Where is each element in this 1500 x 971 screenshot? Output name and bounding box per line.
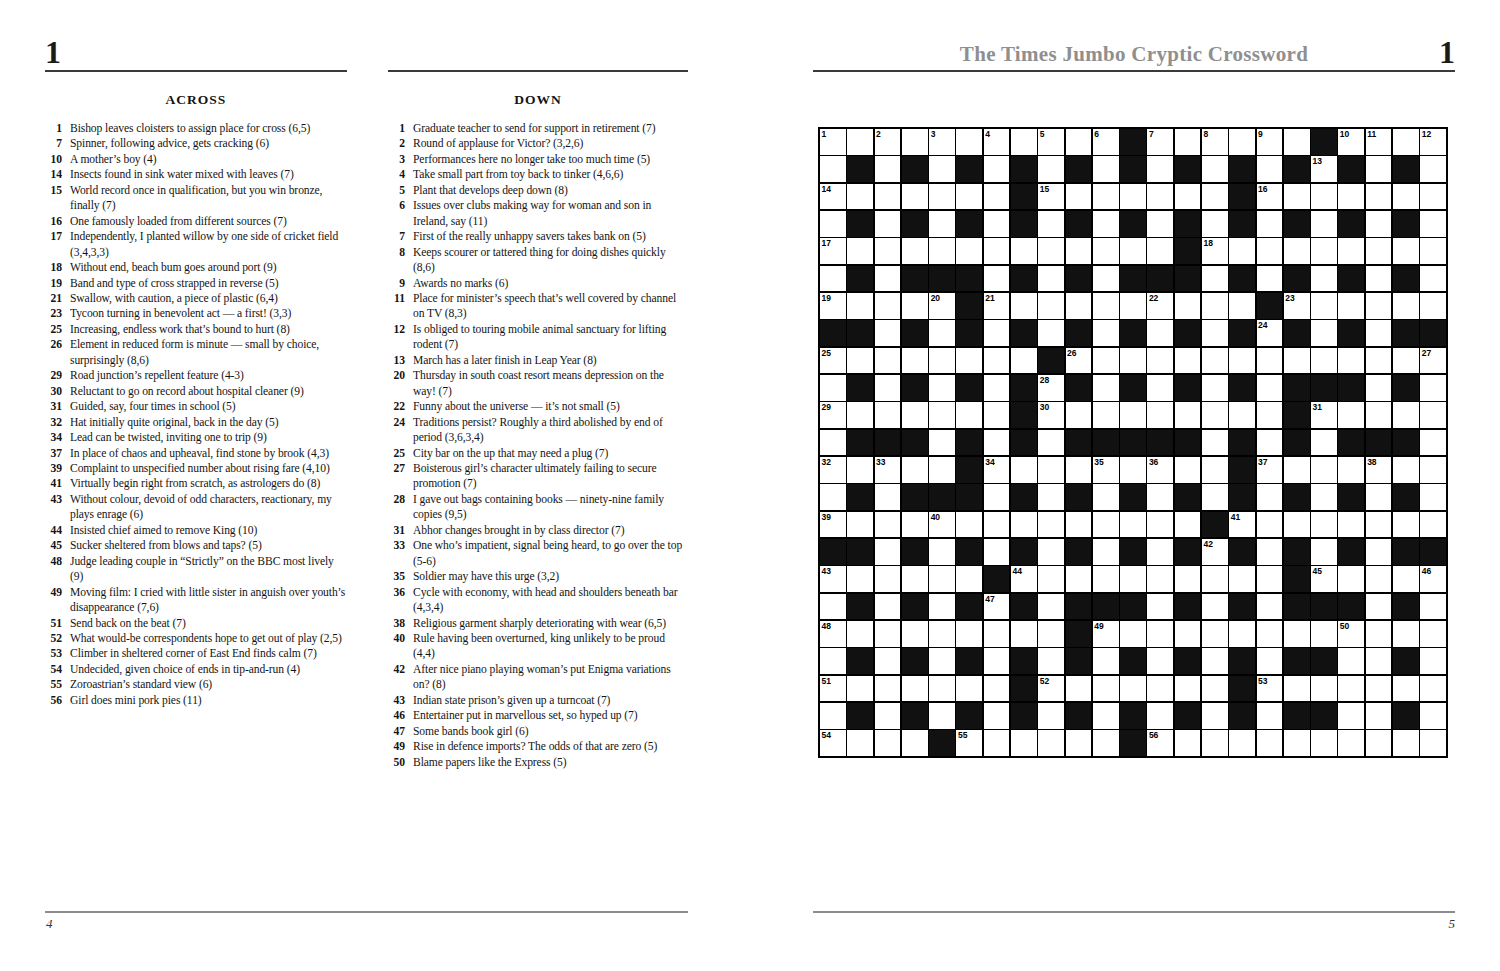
grid-cell[interactable]: [1393, 238, 1419, 264]
grid-cell[interactable]: [1147, 512, 1173, 538]
grid-cell[interactable]: [1257, 594, 1283, 620]
grid-cell[interactable]: 3: [929, 129, 955, 155]
grid-cell[interactable]: [1093, 211, 1119, 237]
grid-cell[interactable]: [1202, 348, 1228, 374]
grid-cell[interactable]: [847, 512, 873, 538]
grid-cell[interactable]: [1366, 293, 1392, 319]
grid-cell[interactable]: [1257, 512, 1283, 538]
grid-cell[interactable]: [847, 402, 873, 428]
grid-cell[interactable]: [1420, 156, 1446, 182]
grid-cell[interactable]: [929, 703, 955, 729]
grid-cell[interactable]: [1311, 320, 1337, 346]
grid-cell[interactable]: [1420, 184, 1446, 210]
grid-cell[interactable]: [1202, 457, 1228, 483]
grid-cell[interactable]: [1038, 238, 1064, 264]
grid-cell[interactable]: 41: [1229, 512, 1255, 538]
grid-cell[interactable]: [1366, 484, 1392, 510]
grid-cell[interactable]: [984, 184, 1010, 210]
grid-cell[interactable]: [1147, 211, 1173, 237]
grid-cell[interactable]: [1420, 266, 1446, 292]
grid-cell[interactable]: 39: [820, 512, 846, 538]
grid-cell[interactable]: [1420, 238, 1446, 264]
grid-cell[interactable]: [956, 402, 982, 428]
grid-cell[interactable]: [1093, 730, 1119, 756]
grid-cell[interactable]: [1120, 457, 1146, 483]
grid-cell[interactable]: [1093, 320, 1119, 346]
grid-cell[interactable]: [820, 156, 846, 182]
grid-cell[interactable]: [1257, 156, 1283, 182]
grid-cell[interactable]: [1066, 457, 1092, 483]
grid-cell[interactable]: [1420, 703, 1446, 729]
grid-cell[interactable]: [875, 703, 901, 729]
grid-cell[interactable]: [956, 512, 982, 538]
grid-cell[interactable]: [1202, 594, 1228, 620]
grid-cell[interactable]: [820, 430, 846, 456]
grid-cell[interactable]: 13: [1311, 156, 1337, 182]
grid-cell[interactable]: [1284, 238, 1310, 264]
grid-cell[interactable]: [1147, 703, 1173, 729]
grid-cell[interactable]: [1066, 293, 1092, 319]
grid-cell[interactable]: [1393, 676, 1419, 702]
grid-cell[interactable]: [1257, 730, 1283, 756]
grid-cell[interactable]: 19: [820, 293, 846, 319]
grid-cell[interactable]: [1366, 184, 1392, 210]
grid-cell[interactable]: [1420, 484, 1446, 510]
grid-cell[interactable]: [1420, 211, 1446, 237]
grid-cell[interactable]: [1147, 156, 1173, 182]
grid-cell[interactable]: [875, 730, 901, 756]
grid-cell[interactable]: [875, 320, 901, 346]
grid-cell[interactable]: [1393, 621, 1419, 647]
grid-cell[interactable]: [1175, 184, 1201, 210]
grid-cell[interactable]: [875, 512, 901, 538]
grid-cell[interactable]: [1311, 211, 1337, 237]
grid-cell[interactable]: [1393, 457, 1419, 483]
grid-cell[interactable]: [1175, 621, 1201, 647]
grid-cell[interactable]: 53: [1257, 676, 1283, 702]
grid-cell[interactable]: [875, 484, 901, 510]
grid-cell[interactable]: [1366, 266, 1392, 292]
grid-cell[interactable]: [929, 648, 955, 674]
grid-cell[interactable]: [1257, 211, 1283, 237]
grid-cell[interactable]: [1147, 320, 1173, 346]
grid-cell[interactable]: [1093, 539, 1119, 565]
grid-cell[interactable]: [984, 621, 1010, 647]
grid-cell[interactable]: 43: [820, 566, 846, 592]
grid-cell[interactable]: 18: [1202, 238, 1228, 264]
grid-cell[interactable]: [1093, 648, 1119, 674]
grid-cell[interactable]: [1011, 730, 1037, 756]
grid-cell[interactable]: [1284, 348, 1310, 374]
grid-cell[interactable]: [1366, 566, 1392, 592]
grid-cell[interactable]: [875, 676, 901, 702]
grid-cell[interactable]: [1120, 512, 1146, 538]
grid-cell[interactable]: [929, 184, 955, 210]
grid-cell[interactable]: [1202, 703, 1228, 729]
grid-cell[interactable]: [1284, 129, 1310, 155]
grid-cell[interactable]: [1202, 430, 1228, 456]
grid-cell[interactable]: [847, 184, 873, 210]
grid-cell[interactable]: [1147, 238, 1173, 264]
grid-cell[interactable]: [1284, 512, 1310, 538]
grid-cell[interactable]: [984, 348, 1010, 374]
grid-cell[interactable]: [1093, 293, 1119, 319]
grid-cell[interactable]: [1420, 402, 1446, 428]
grid-cell[interactable]: [1366, 676, 1392, 702]
grid-cell[interactable]: [1366, 512, 1392, 538]
grid-cell[interactable]: [1202, 402, 1228, 428]
grid-cell[interactable]: [1120, 184, 1146, 210]
grid-cell[interactable]: [1393, 402, 1419, 428]
grid-cell[interactable]: [1366, 621, 1392, 647]
grid-cell[interactable]: 54: [820, 730, 846, 756]
grid-cell[interactable]: [1202, 648, 1228, 674]
grid-cell[interactable]: [875, 266, 901, 292]
grid-cell[interactable]: [1147, 621, 1173, 647]
grid-cell[interactable]: [1038, 648, 1064, 674]
grid-cell[interactable]: 51: [820, 676, 846, 702]
grid-cell[interactable]: [1175, 730, 1201, 756]
grid-cell[interactable]: [1038, 484, 1064, 510]
grid-cell[interactable]: [1202, 211, 1228, 237]
grid-cell[interactable]: [820, 375, 846, 401]
grid-cell[interactable]: [1066, 676, 1092, 702]
grid-cell[interactable]: [1120, 293, 1146, 319]
grid-cell[interactable]: [1366, 402, 1392, 428]
grid-cell[interactable]: 7: [1147, 129, 1173, 155]
grid-cell[interactable]: [1366, 539, 1392, 565]
grid-cell[interactable]: [1202, 375, 1228, 401]
grid-cell[interactable]: [875, 539, 901, 565]
grid-cell[interactable]: [1038, 703, 1064, 729]
grid-cell[interactable]: [1311, 621, 1337, 647]
grid-cell[interactable]: [929, 238, 955, 264]
grid-cell[interactable]: [956, 348, 982, 374]
grid-cell[interactable]: [1338, 566, 1364, 592]
grid-cell[interactable]: [1093, 566, 1119, 592]
grid-cell[interactable]: [1038, 430, 1064, 456]
grid-cell[interactable]: [1284, 730, 1310, 756]
grid-cell[interactable]: [1147, 348, 1173, 374]
grid-cell[interactable]: [929, 348, 955, 374]
grid-cell[interactable]: [1366, 320, 1392, 346]
grid-cell[interactable]: [820, 703, 846, 729]
grid-cell[interactable]: [929, 621, 955, 647]
grid-cell[interactable]: [875, 594, 901, 620]
grid-cell[interactable]: [1038, 621, 1064, 647]
grid-cell[interactable]: [1311, 238, 1337, 264]
grid-cell[interactable]: [1257, 375, 1283, 401]
grid-cell[interactable]: [1366, 238, 1392, 264]
grid-cell[interactable]: [1311, 293, 1337, 319]
grid-cell[interactable]: [1420, 430, 1446, 456]
grid-cell[interactable]: [875, 566, 901, 592]
grid-cell[interactable]: [1311, 484, 1337, 510]
grid-cell[interactable]: [875, 348, 901, 374]
grid-cell[interactable]: [1038, 156, 1064, 182]
grid-cell[interactable]: [847, 238, 873, 264]
grid-cell[interactable]: 27: [1420, 348, 1446, 374]
grid-cell[interactable]: 11: [1366, 129, 1392, 155]
grid-cell[interactable]: 45: [1311, 566, 1337, 592]
grid-cell[interactable]: 48: [820, 621, 846, 647]
grid-cell[interactable]: [1338, 457, 1364, 483]
grid-cell[interactable]: [1393, 512, 1419, 538]
grid-cell[interactable]: [1393, 129, 1419, 155]
grid-cell[interactable]: [929, 211, 955, 237]
grid-cell[interactable]: [902, 457, 928, 483]
grid-cell[interactable]: [929, 566, 955, 592]
grid-cell[interactable]: 37: [1257, 457, 1283, 483]
grid-cell[interactable]: [1011, 457, 1037, 483]
grid-cell[interactable]: [984, 211, 1010, 237]
grid-cell[interactable]: [1257, 348, 1283, 374]
grid-cell[interactable]: [1093, 238, 1119, 264]
grid-cell[interactable]: [1393, 184, 1419, 210]
grid-cell[interactable]: [1257, 238, 1283, 264]
grid-cell[interactable]: [1338, 676, 1364, 702]
grid-cell[interactable]: [1393, 730, 1419, 756]
grid-cell[interactable]: [1147, 648, 1173, 674]
grid-cell[interactable]: [1338, 703, 1364, 729]
grid-cell[interactable]: [1420, 676, 1446, 702]
grid-cell[interactable]: [929, 676, 955, 702]
grid-cell[interactable]: [902, 402, 928, 428]
grid-cell[interactable]: [1366, 211, 1392, 237]
grid-cell[interactable]: [1257, 402, 1283, 428]
grid-cell[interactable]: [929, 156, 955, 182]
grid-cell[interactable]: [1011, 293, 1037, 319]
grid-cell[interactable]: [1175, 348, 1201, 374]
grid-cell[interactable]: 38: [1366, 457, 1392, 483]
grid-cell[interactable]: [902, 293, 928, 319]
grid-cell[interactable]: [1120, 621, 1146, 647]
grid-cell[interactable]: [847, 457, 873, 483]
grid-cell[interactable]: [902, 566, 928, 592]
grid-cell[interactable]: [847, 676, 873, 702]
grid-cell[interactable]: [1175, 676, 1201, 702]
grid-cell[interactable]: [929, 430, 955, 456]
grid-cell[interactable]: 14: [820, 184, 846, 210]
grid-cell[interactable]: [1120, 676, 1146, 702]
grid-cell[interactable]: [1257, 703, 1283, 729]
grid-cell[interactable]: [1202, 184, 1228, 210]
grid-cell[interactable]: [847, 129, 873, 155]
grid-cell[interactable]: [1066, 402, 1092, 428]
grid-cell[interactable]: [1229, 730, 1255, 756]
grid-cell[interactable]: [1284, 184, 1310, 210]
grid-cell[interactable]: [956, 238, 982, 264]
grid-cell[interactable]: [984, 320, 1010, 346]
grid-cell[interactable]: [984, 539, 1010, 565]
grid-cell[interactable]: [1257, 566, 1283, 592]
grid-cell[interactable]: [1284, 457, 1310, 483]
grid-cell[interactable]: 50: [1338, 621, 1364, 647]
grid-cell[interactable]: 30: [1038, 402, 1064, 428]
grid-cell[interactable]: 52: [1038, 676, 1064, 702]
grid-cell[interactable]: [1311, 266, 1337, 292]
grid-cell[interactable]: [1420, 512, 1446, 538]
grid-cell[interactable]: [1093, 512, 1119, 538]
grid-cell[interactable]: [1038, 539, 1064, 565]
grid-cell[interactable]: [1038, 266, 1064, 292]
grid-cell[interactable]: [1147, 402, 1173, 428]
grid-cell[interactable]: [1202, 156, 1228, 182]
grid-cell[interactable]: [1147, 184, 1173, 210]
grid-cell[interactable]: [847, 348, 873, 374]
grid-cell[interactable]: [875, 211, 901, 237]
grid-cell[interactable]: [1366, 703, 1392, 729]
grid-cell[interactable]: [1066, 512, 1092, 538]
grid-cell[interactable]: [1175, 129, 1201, 155]
grid-cell[interactable]: 5: [1038, 129, 1064, 155]
grid-cell[interactable]: [902, 730, 928, 756]
grid-cell[interactable]: [902, 676, 928, 702]
grid-cell[interactable]: [1420, 621, 1446, 647]
grid-cell[interactable]: [820, 484, 846, 510]
grid-cell[interactable]: [1147, 539, 1173, 565]
grid-cell[interactable]: [984, 676, 1010, 702]
grid-cell[interactable]: [1038, 594, 1064, 620]
grid-cell[interactable]: [1311, 430, 1337, 456]
grid-cell[interactable]: [956, 566, 982, 592]
grid-cell[interactable]: 22: [1147, 293, 1173, 319]
grid-cell[interactable]: [847, 621, 873, 647]
grid-cell[interactable]: 55: [956, 730, 982, 756]
grid-cell[interactable]: [984, 730, 1010, 756]
grid-cell[interactable]: [984, 430, 1010, 456]
grid-cell[interactable]: [1093, 348, 1119, 374]
grid-cell[interactable]: [902, 348, 928, 374]
grid-cell[interactable]: [1393, 566, 1419, 592]
grid-cell[interactable]: 17: [820, 238, 846, 264]
grid-cell[interactable]: [1093, 402, 1119, 428]
grid-cell[interactable]: [820, 211, 846, 237]
grid-cell[interactable]: [1093, 676, 1119, 702]
grid-cell[interactable]: [820, 594, 846, 620]
grid-cell[interactable]: [875, 156, 901, 182]
grid-cell[interactable]: 47: [984, 594, 1010, 620]
grid-cell[interactable]: [984, 703, 1010, 729]
grid-cell[interactable]: [1420, 730, 1446, 756]
grid-cell[interactable]: [1229, 348, 1255, 374]
grid-cell[interactable]: [1202, 621, 1228, 647]
grid-cell[interactable]: [1420, 293, 1446, 319]
grid-cell[interactable]: 31: [1311, 402, 1337, 428]
grid-cell[interactable]: [875, 375, 901, 401]
grid-cell[interactable]: [1038, 566, 1064, 592]
grid-cell[interactable]: [1257, 430, 1283, 456]
grid-cell[interactable]: [1120, 566, 1146, 592]
grid-cell[interactable]: [1038, 512, 1064, 538]
grid-cell[interactable]: 33: [875, 457, 901, 483]
grid-cell[interactable]: [847, 566, 873, 592]
grid-cell[interactable]: [1311, 512, 1337, 538]
grid-cell[interactable]: [1202, 566, 1228, 592]
grid-cell[interactable]: [1366, 348, 1392, 374]
grid-cell[interactable]: [1120, 402, 1146, 428]
grid-cell[interactable]: [1366, 594, 1392, 620]
grid-cell[interactable]: [956, 621, 982, 647]
grid-cell[interactable]: [1202, 320, 1228, 346]
grid-cell[interactable]: [1338, 184, 1364, 210]
grid-cell[interactable]: [1257, 539, 1283, 565]
grid-cell[interactable]: [1338, 730, 1364, 756]
grid-cell[interactable]: [984, 266, 1010, 292]
grid-cell[interactable]: [929, 320, 955, 346]
grid-cell[interactable]: [984, 484, 1010, 510]
grid-cell[interactable]: [984, 402, 1010, 428]
grid-cell[interactable]: 4: [984, 129, 1010, 155]
grid-cell[interactable]: [1038, 320, 1064, 346]
grid-cell[interactable]: [1175, 457, 1201, 483]
grid-cell[interactable]: 9: [1257, 129, 1283, 155]
grid-cell[interactable]: 28: [1038, 375, 1064, 401]
grid-cell[interactable]: [1284, 676, 1310, 702]
grid-cell[interactable]: [875, 648, 901, 674]
grid-cell[interactable]: [1338, 512, 1364, 538]
grid-cell[interactable]: 16: [1257, 184, 1283, 210]
grid-cell[interactable]: [1093, 266, 1119, 292]
grid-cell[interactable]: [1093, 484, 1119, 510]
grid-cell[interactable]: [1311, 730, 1337, 756]
grid-cell[interactable]: [1420, 594, 1446, 620]
grid-cell[interactable]: [1093, 375, 1119, 401]
grid-cell[interactable]: [1229, 293, 1255, 319]
grid-cell[interactable]: [902, 129, 928, 155]
grid-cell[interactable]: [929, 457, 955, 483]
grid-cell[interactable]: [1066, 129, 1092, 155]
grid-cell[interactable]: [984, 375, 1010, 401]
grid-cell[interactable]: [875, 621, 901, 647]
grid-cell[interactable]: [1011, 348, 1037, 374]
grid-cell[interactable]: [1093, 184, 1119, 210]
grid-cell[interactable]: 29: [820, 402, 846, 428]
grid-cell[interactable]: [820, 648, 846, 674]
grid-cell[interactable]: [984, 648, 1010, 674]
grid-cell[interactable]: [1366, 156, 1392, 182]
grid-cell[interactable]: [1202, 484, 1228, 510]
grid-cell[interactable]: [1011, 512, 1037, 538]
grid-cell[interactable]: [1175, 293, 1201, 319]
grid-cell[interactable]: [1038, 457, 1064, 483]
grid-cell[interactable]: [1366, 730, 1392, 756]
grid-cell[interactable]: 42: [1202, 539, 1228, 565]
grid-cell[interactable]: [902, 512, 928, 538]
grid-cell[interactable]: [1338, 348, 1364, 374]
grid-cell[interactable]: 44: [1011, 566, 1037, 592]
grid-cell[interactable]: [847, 293, 873, 319]
grid-cell[interactable]: 8: [1202, 129, 1228, 155]
grid-cell[interactable]: [1093, 703, 1119, 729]
grid-cell[interactable]: [1011, 238, 1037, 264]
grid-cell[interactable]: [875, 402, 901, 428]
grid-cell[interactable]: [1420, 648, 1446, 674]
grid-cell[interactable]: [1038, 211, 1064, 237]
grid-cell[interactable]: [1257, 648, 1283, 674]
grid-cell[interactable]: [902, 621, 928, 647]
grid-cell[interactable]: [956, 184, 982, 210]
grid-cell[interactable]: [956, 676, 982, 702]
grid-cell[interactable]: [1420, 457, 1446, 483]
grid-cell[interactable]: 32: [820, 457, 846, 483]
grid-cell[interactable]: [902, 238, 928, 264]
grid-cell[interactable]: [1311, 184, 1337, 210]
grid-cell[interactable]: [1066, 184, 1092, 210]
grid-cell[interactable]: [1420, 375, 1446, 401]
grid-cell[interactable]: 34: [984, 457, 1010, 483]
grid-cell[interactable]: [1038, 293, 1064, 319]
